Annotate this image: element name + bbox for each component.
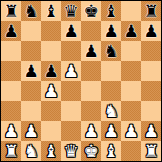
- square-g1[interactable]: [121, 141, 141, 161]
- square-a4[interactable]: [1, 81, 21, 101]
- black-knight-b8: ♞: [23, 1, 38, 21]
- square-f4[interactable]: [101, 81, 121, 101]
- square-a5[interactable]: [1, 61, 21, 81]
- white-queen-d1: ♛: [63, 141, 78, 161]
- square-g4[interactable]: [121, 81, 141, 101]
- square-c3[interactable]: [41, 101, 61, 121]
- square-e5[interactable]: [81, 61, 101, 81]
- white-pawn-b2: ♟: [23, 121, 38, 141]
- square-h2[interactable]: ♟: [141, 121, 161, 141]
- square-b1[interactable]: ♞: [21, 141, 41, 161]
- square-a3[interactable]: [1, 101, 21, 121]
- square-e8[interactable]: ♚: [81, 1, 101, 21]
- square-d1[interactable]: ♛: [61, 141, 81, 161]
- black-bishop-c8: ♝: [43, 1, 58, 21]
- square-d2[interactable]: [61, 121, 81, 141]
- square-a1[interactable]: ♜: [1, 141, 21, 161]
- black-pawn-e6: ♟: [83, 41, 98, 61]
- square-e7[interactable]: [81, 21, 101, 41]
- white-pawn-e2: ♟: [83, 121, 98, 141]
- white-pawn-f2: ♟: [103, 121, 118, 141]
- white-rook-h1: ♜: [143, 141, 158, 161]
- white-rook-a1: ♜: [3, 141, 18, 161]
- square-b5[interactable]: ♟: [21, 61, 41, 81]
- white-knight-b1: ♞: [23, 141, 38, 161]
- square-f6[interactable]: ♞: [101, 41, 121, 61]
- square-f2[interactable]: ♟: [101, 121, 121, 141]
- square-f5[interactable]: [101, 61, 121, 81]
- white-pawn-d5: ♟: [63, 61, 78, 81]
- white-pawn-a2: ♟: [3, 121, 18, 141]
- square-e6[interactable]: ♟: [81, 41, 101, 61]
- square-c4[interactable]: ♟: [41, 81, 61, 101]
- square-f7[interactable]: ♟: [101, 21, 121, 41]
- square-b8[interactable]: ♞: [21, 1, 41, 21]
- square-g6[interactable]: [121, 41, 141, 61]
- white-bishop-c1: ♝: [43, 141, 58, 161]
- black-knight-f6: ♞: [103, 41, 118, 61]
- square-c5[interactable]: ♟: [41, 61, 61, 81]
- chess-board: ♜♞♝♛♚♝♜♟♟♟♟♟♟♞♟♟♟♟♞♟♟♟♟♟♟♜♞♝♛♚♝♜: [0, 0, 162, 162]
- square-f8[interactable]: ♝: [101, 1, 121, 21]
- black-pawn-c5: ♟: [43, 61, 58, 81]
- square-e1[interactable]: ♚: [81, 141, 101, 161]
- square-b3[interactable]: [21, 101, 41, 121]
- square-c7[interactable]: [41, 21, 61, 41]
- black-pawn-f7: ♟: [103, 21, 118, 41]
- square-e2[interactable]: ♟: [81, 121, 101, 141]
- white-knight-f3: ♞: [103, 101, 118, 121]
- square-d3[interactable]: [61, 101, 81, 121]
- square-b6[interactable]: [21, 41, 41, 61]
- square-g7[interactable]: ♟: [121, 21, 141, 41]
- square-g3[interactable]: [121, 101, 141, 121]
- square-g2[interactable]: ♟: [121, 121, 141, 141]
- square-g5[interactable]: [121, 61, 141, 81]
- square-b2[interactable]: ♟: [21, 121, 41, 141]
- black-pawn-d7: ♟: [63, 21, 78, 41]
- black-pawn-a7: ♟: [3, 21, 18, 41]
- square-h1[interactable]: ♜: [141, 141, 161, 161]
- square-c1[interactable]: ♝: [41, 141, 61, 161]
- square-d7[interactable]: ♟: [61, 21, 81, 41]
- black-king-e8: ♚: [83, 1, 98, 21]
- square-e3[interactable]: [81, 101, 101, 121]
- black-pawn-g7: ♟: [123, 21, 138, 41]
- square-f1[interactable]: ♝: [101, 141, 121, 161]
- white-king-e1: ♚: [83, 141, 98, 161]
- black-pawn-b5: ♟: [23, 61, 38, 81]
- square-a7[interactable]: ♟: [1, 21, 21, 41]
- white-pawn-h2: ♟: [143, 121, 158, 141]
- square-f3[interactable]: ♞: [101, 101, 121, 121]
- square-h8[interactable]: ♜: [141, 1, 161, 21]
- square-d6[interactable]: [61, 41, 81, 61]
- square-e4[interactable]: [81, 81, 101, 101]
- square-d8[interactable]: ♛: [61, 1, 81, 21]
- square-g8[interactable]: [121, 1, 141, 21]
- square-h5[interactable]: [141, 61, 161, 81]
- black-rook-a8: ♜: [3, 1, 18, 21]
- square-c6[interactable]: [41, 41, 61, 61]
- black-pawn-h7: ♟: [143, 21, 158, 41]
- square-h6[interactable]: [141, 41, 161, 61]
- black-bishop-f8: ♝: [103, 1, 118, 21]
- square-a2[interactable]: ♟: [1, 121, 21, 141]
- square-a8[interactable]: ♜: [1, 1, 21, 21]
- square-a6[interactable]: [1, 41, 21, 61]
- white-pawn-g2: ♟: [123, 121, 138, 141]
- square-h3[interactable]: [141, 101, 161, 121]
- square-d5[interactable]: ♟: [61, 61, 81, 81]
- black-queen-d8: ♛: [63, 1, 78, 21]
- square-d4[interactable]: [61, 81, 81, 101]
- black-rook-h8: ♜: [143, 1, 158, 21]
- square-b4[interactable]: [21, 81, 41, 101]
- white-pawn-c4: ♟: [43, 81, 58, 101]
- square-b7[interactable]: [21, 21, 41, 41]
- square-h4[interactable]: [141, 81, 161, 101]
- square-c8[interactable]: ♝: [41, 1, 61, 21]
- square-h7[interactable]: ♟: [141, 21, 161, 41]
- white-bishop-f1: ♝: [103, 141, 118, 161]
- square-c2[interactable]: [41, 121, 61, 141]
